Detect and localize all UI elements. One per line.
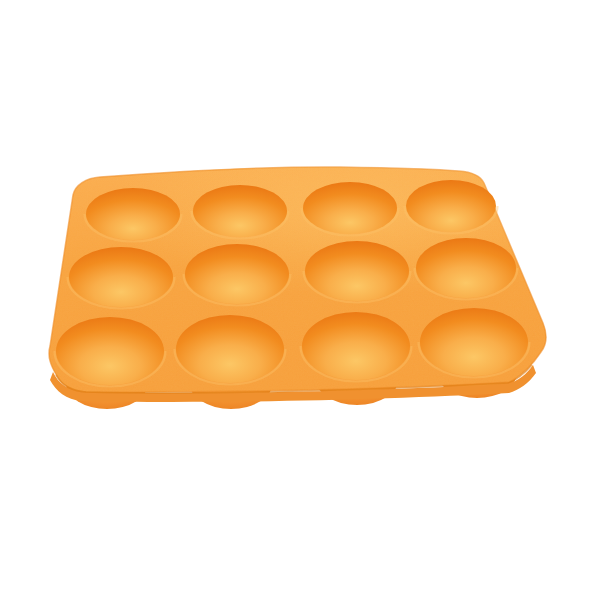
muffin-cup bbox=[193, 185, 287, 237]
muffin-pan-photo bbox=[0, 0, 600, 600]
muffin-cup bbox=[303, 182, 397, 234]
muffin-cup bbox=[69, 247, 173, 307]
muffin-cup bbox=[416, 238, 516, 298]
product-photo bbox=[0, 0, 600, 600]
muffin-cup bbox=[185, 244, 289, 304]
muffin-cup bbox=[305, 241, 409, 301]
muffin-cup bbox=[406, 180, 496, 232]
muffin-cup bbox=[420, 308, 528, 376]
muffin-cup bbox=[302, 312, 410, 380]
muffin-cup bbox=[176, 315, 284, 383]
muffin-cup bbox=[86, 188, 180, 240]
muffin-cup bbox=[56, 317, 164, 385]
